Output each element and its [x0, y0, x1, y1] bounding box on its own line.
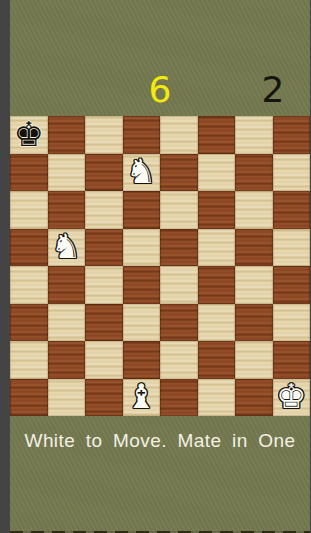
puzzle-caption: White to Move. Mate in One [10, 429, 310, 453]
square-a8[interactable]: ♚ [10, 116, 48, 154]
square-c6[interactable] [85, 191, 123, 229]
app-screen: 6 2 ♚♞♞♝♚ White to Move. Mate in One [10, 0, 310, 533]
square-c3[interactable] [85, 304, 123, 342]
square-a4[interactable] [10, 266, 48, 304]
square-h7[interactable] [273, 154, 311, 192]
piece-white-bishop-d1[interactable]: ♝ [126, 379, 156, 413]
square-h4[interactable] [273, 266, 311, 304]
square-h2[interactable] [273, 341, 311, 379]
square-b3[interactable] [48, 304, 86, 342]
square-f4[interactable] [198, 266, 236, 304]
square-e5[interactable] [160, 229, 198, 267]
score-right-count: 2 [262, 73, 285, 107]
square-c5[interactable] [85, 229, 123, 267]
square-h3[interactable] [273, 304, 311, 342]
square-e2[interactable] [160, 341, 198, 379]
square-g7[interactable] [235, 154, 273, 192]
square-f3[interactable] [198, 304, 236, 342]
square-f6[interactable] [198, 191, 236, 229]
square-h1[interactable]: ♚ [273, 379, 311, 417]
square-a2[interactable] [10, 341, 48, 379]
square-b7[interactable] [48, 154, 86, 192]
square-c4[interactable] [85, 266, 123, 304]
square-b5[interactable]: ♞ [48, 229, 86, 267]
square-b6[interactable] [48, 191, 86, 229]
piece-white-king-h1[interactable]: ♚ [276, 379, 306, 413]
square-e3[interactable] [160, 304, 198, 342]
chess-board[interactable]: ♚♞♞♝♚ [10, 116, 310, 416]
square-c7[interactable] [85, 154, 123, 192]
square-d6[interactable] [123, 191, 161, 229]
square-d8[interactable] [123, 116, 161, 154]
square-g5[interactable] [235, 229, 273, 267]
square-b8[interactable] [48, 116, 86, 154]
square-f1[interactable] [198, 379, 236, 417]
square-g2[interactable] [235, 341, 273, 379]
square-g8[interactable] [235, 116, 273, 154]
square-a7[interactable] [10, 154, 48, 192]
square-c8[interactable] [85, 116, 123, 154]
square-g1[interactable] [235, 379, 273, 417]
square-d2[interactable] [123, 341, 161, 379]
square-a1[interactable] [10, 379, 48, 417]
square-f7[interactable] [198, 154, 236, 192]
square-f2[interactable] [198, 341, 236, 379]
score-left-count: 6 [149, 73, 172, 107]
square-b2[interactable] [48, 341, 86, 379]
square-b4[interactable] [48, 266, 86, 304]
square-c1[interactable] [85, 379, 123, 417]
piece-white-knight-d7[interactable]: ♞ [126, 154, 156, 188]
square-e4[interactable] [160, 266, 198, 304]
square-d3[interactable] [123, 304, 161, 342]
piece-black-king-a8[interactable]: ♚ [14, 117, 44, 151]
square-b1[interactable] [48, 379, 86, 417]
square-e8[interactable] [160, 116, 198, 154]
square-g6[interactable] [235, 191, 273, 229]
square-a5[interactable] [10, 229, 48, 267]
square-d4[interactable] [123, 266, 161, 304]
square-g4[interactable] [235, 266, 273, 304]
square-a6[interactable] [10, 191, 48, 229]
piece-white-knight-b5[interactable]: ♞ [51, 229, 81, 263]
square-e7[interactable] [160, 154, 198, 192]
square-h5[interactable] [273, 229, 311, 267]
square-f8[interactable] [198, 116, 236, 154]
square-e6[interactable] [160, 191, 198, 229]
square-d1[interactable]: ♝ [123, 379, 161, 417]
square-d7[interactable]: ♞ [123, 154, 161, 192]
square-c2[interactable] [85, 341, 123, 379]
square-h6[interactable] [273, 191, 311, 229]
square-a3[interactable] [10, 304, 48, 342]
square-g3[interactable] [235, 304, 273, 342]
score-row: 6 2 [10, 73, 310, 107]
square-h8[interactable] [273, 116, 311, 154]
square-d5[interactable] [123, 229, 161, 267]
square-e1[interactable] [160, 379, 198, 417]
square-f5[interactable] [198, 229, 236, 267]
